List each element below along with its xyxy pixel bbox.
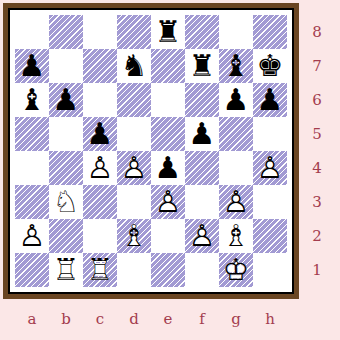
black-pawn[interactable]: ♟ [219,83,253,117]
piece-outline-layer: ♙ [83,151,117,185]
piece-outline-layer: ♖ [83,253,117,287]
square-a2[interactable]: ♟♙ [15,219,49,253]
rank-label-4: 4 [303,151,331,185]
square-e4[interactable]: ♟ [151,151,185,185]
square-h5[interactable] [253,117,287,151]
white-knight[interactable]: ♞♘ [49,185,83,219]
white-pawn[interactable]: ♟♙ [151,185,185,219]
piece-outline-layer: ♙ [219,185,253,219]
piece-outline-layer: ♘ [49,185,83,219]
rank-label-3: 3 [303,185,331,219]
square-h7[interactable]: ♚ [253,49,287,83]
piece-outline-layer: ♙ [185,219,219,253]
square-a1[interactable] [15,253,49,287]
square-h1[interactable] [253,253,287,287]
square-a4[interactable] [15,151,49,185]
piece-outline-layer: ♖ [49,253,83,287]
square-c5[interactable]: ♟ [83,117,117,151]
square-f4[interactable] [185,151,219,185]
square-f8[interactable] [185,15,219,49]
square-g7[interactable]: ♝ [219,49,253,83]
square-b5[interactable] [49,117,83,151]
white-rook[interactable]: ♜♖ [49,253,83,287]
square-e1[interactable] [151,253,185,287]
square-h8[interactable] [253,15,287,49]
black-knight[interactable]: ♞ [117,49,151,83]
square-c2[interactable] [83,219,117,253]
square-f2[interactable]: ♟♙ [185,219,219,253]
square-d3[interactable] [117,185,151,219]
black-king[interactable]: ♚ [253,49,287,83]
square-d1[interactable] [117,253,151,287]
file-label-c: c [83,303,117,335]
square-b6[interactable]: ♟ [49,83,83,117]
square-f7[interactable]: ♜ [185,49,219,83]
rank-label-2: 2 [303,219,331,253]
black-pawn[interactable]: ♟ [83,117,117,151]
square-a5[interactable] [15,117,49,151]
black-rook[interactable]: ♜ [185,49,219,83]
square-b3[interactable]: ♞♘ [49,185,83,219]
black-bishop[interactable]: ♝ [15,83,49,117]
piece-outline-layer: ♙ [15,219,49,253]
square-g1[interactable]: ♚♔ [219,253,253,287]
square-b8[interactable] [49,15,83,49]
square-c4[interactable]: ♟♙ [83,151,117,185]
square-f6[interactable] [185,83,219,117]
square-e7[interactable] [151,49,185,83]
rank-label-7: 7 [303,49,331,83]
white-pawn[interactable]: ♟♙ [185,219,219,253]
square-e5[interactable] [151,117,185,151]
square-b4[interactable] [49,151,83,185]
white-bishop[interactable]: ♝♗ [117,219,151,253]
piece-outline-layer: ♔ [219,253,253,287]
square-e2[interactable] [151,219,185,253]
square-e6[interactable] [151,83,185,117]
file-label-a: a [15,303,49,335]
white-pawn[interactable]: ♟♙ [253,151,287,185]
piece-outline-layer: ♙ [253,151,287,185]
square-c1[interactable]: ♜♖ [83,253,117,287]
square-g4[interactable] [219,151,253,185]
square-h3[interactable] [253,185,287,219]
white-pawn[interactable]: ♟♙ [219,185,253,219]
piece-outline-layer: ♗ [117,219,151,253]
file-label-d: d [117,303,151,335]
file-label-b: b [49,303,83,335]
square-b7[interactable] [49,49,83,83]
chess-board: ♜♟♞♜♝♚♝♟♟♟♟♟♟♙♟♙♟♟♙♞♘♟♙♟♙♟♙♝♗♟♙♝♗♜♖♜♖♚♔ [15,15,287,287]
square-f3[interactable] [185,185,219,219]
black-bishop[interactable]: ♝ [219,49,253,83]
square-h2[interactable] [253,219,287,253]
square-g5[interactable] [219,117,253,151]
file-label-f: f [185,303,219,335]
rank-label-5: 5 [303,117,331,151]
white-pawn[interactable]: ♟♙ [117,151,151,185]
square-a8[interactable] [15,15,49,49]
square-g8[interactable] [219,15,253,49]
black-pawn[interactable]: ♟ [15,49,49,83]
file-label-g: g [219,303,253,335]
black-pawn[interactable]: ♟ [49,83,83,117]
black-pawn[interactable]: ♟ [185,117,219,151]
square-a7[interactable]: ♟ [15,49,49,83]
square-a3[interactable] [15,185,49,219]
black-rook[interactable]: ♜ [151,15,185,49]
square-e8[interactable]: ♜ [151,15,185,49]
file-label-e: e [151,303,185,335]
square-d5[interactable] [117,117,151,151]
chess-diagram: { "game": "chess", "position": "4r3/p2n1… [0,0,340,340]
rank-label-6: 6 [303,83,331,117]
square-f5[interactable]: ♟ [185,117,219,151]
square-b2[interactable] [49,219,83,253]
square-d6[interactable] [117,83,151,117]
square-d4[interactable]: ♟♙ [117,151,151,185]
square-a6[interactable]: ♝ [15,83,49,117]
rank-label-1: 1 [303,253,331,287]
piece-outline-layer: ♙ [117,151,151,185]
square-e3[interactable]: ♟♙ [151,185,185,219]
board-inner-margin: ♜♟♞♜♝♚♝♟♟♟♟♟♟♙♟♙♟♟♙♞♘♟♙♟♙♟♙♝♗♟♙♝♗♜♖♜♖♚♔ [8,8,294,294]
white-pawn[interactable]: ♟♙ [83,151,117,185]
piece-outline-layer: ♗ [219,219,253,253]
square-c7[interactable] [83,49,117,83]
rank-label-8: 8 [303,15,331,49]
white-king[interactable]: ♚♔ [219,253,253,287]
square-h4[interactable]: ♟♙ [253,151,287,185]
black-pawn[interactable]: ♟ [151,151,185,185]
white-pawn[interactable]: ♟♙ [15,219,49,253]
file-labels: abcdefgh [15,303,287,335]
black-pawn[interactable]: ♟ [253,83,287,117]
white-rook[interactable]: ♜♖ [83,253,117,287]
square-h6[interactable]: ♟ [253,83,287,117]
white-bishop[interactable]: ♝♗ [219,219,253,253]
square-d7[interactable]: ♞ [117,49,151,83]
piece-outline-layer: ♙ [151,185,185,219]
file-label-h: h [253,303,287,335]
square-f1[interactable] [185,253,219,287]
square-g6[interactable]: ♟ [219,83,253,117]
square-b1[interactable]: ♜♖ [49,253,83,287]
square-c6[interactable] [83,83,117,117]
square-c8[interactable] [83,15,117,49]
square-d8[interactable] [117,15,151,49]
square-g3[interactable]: ♟♙ [219,185,253,219]
square-d2[interactable]: ♝♗ [117,219,151,253]
square-c3[interactable] [83,185,117,219]
square-g2[interactable]: ♝♗ [219,219,253,253]
rank-labels: 87654321 [303,15,331,287]
board-frame: ♜♟♞♜♝♚♝♟♟♟♟♟♟♙♟♙♟♟♙♞♘♟♙♟♙♟♙♝♗♟♙♝♗♜♖♜♖♚♔ [3,3,299,299]
